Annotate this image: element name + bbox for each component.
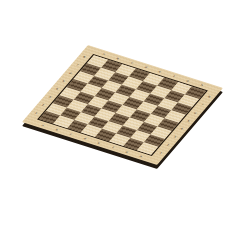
chess-board: aabbccddeeffgghh8877665544332211 (22, 45, 223, 165)
coord-file-d-top: d (144, 66, 148, 69)
coord-file-g-bottom: g (125, 150, 129, 153)
coord-rank-3-right: 3 (173, 136, 177, 139)
coord-file-a-top: a (102, 52, 106, 55)
coord-file-b-top: b (116, 57, 120, 60)
coord-file-h-top: h (200, 84, 204, 87)
coord-file-c-top: c (130, 61, 134, 64)
coord-file-h-bottom: h (139, 155, 143, 158)
coord-rank-2-right: 2 (166, 144, 170, 147)
coord-rank-6-right: 6 (193, 112, 197, 115)
coord-file-a-bottom: a (41, 124, 45, 127)
coord-rank-6-left: 6 (68, 72, 72, 75)
coord-file-d-bottom: d (83, 137, 87, 140)
coord-rank-5-right: 5 (186, 120, 190, 123)
coord-rank-1-left: 1 (34, 112, 38, 115)
coord-rank-1-right: 1 (159, 152, 163, 155)
coord-rank-7-left: 7 (75, 64, 79, 67)
coord-rank-3-left: 3 (48, 96, 52, 99)
coord-file-f-top: f (173, 75, 176, 77)
product-photo-canvas: aabbccddeeffgghh8877665544332211 (0, 0, 228, 228)
coord-rank-8-left: 8 (82, 56, 86, 59)
coord-rank-4-right: 4 (180, 128, 184, 131)
coord-rank-8-right: 8 (207, 96, 211, 99)
coord-file-g-top: g (186, 79, 190, 82)
coord-file-b-bottom: b (55, 128, 59, 131)
coord-rank-2-left: 2 (41, 104, 45, 107)
coord-file-e-top: e (158, 70, 162, 73)
coord-file-f-bottom: f (112, 146, 115, 148)
coord-rank-5-left: 5 (62, 80, 66, 83)
coord-rank-7-right: 7 (200, 104, 204, 107)
coord-file-e-bottom: e (97, 142, 101, 145)
coord-file-c-bottom: c (69, 133, 73, 136)
coord-rank-4-left: 4 (55, 88, 59, 91)
